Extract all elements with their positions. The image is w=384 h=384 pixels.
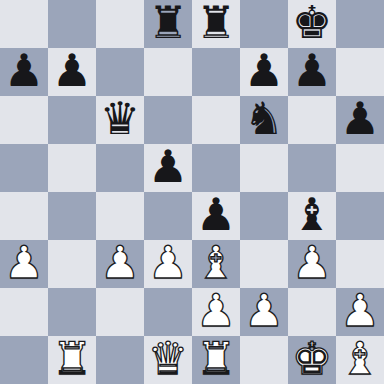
square-h6[interactable]: ♟ bbox=[336, 96, 384, 144]
square-g7[interactable]: ♟ bbox=[288, 48, 336, 96]
square-g3[interactable]: ♟ bbox=[288, 240, 336, 288]
square-h4[interactable] bbox=[336, 192, 384, 240]
white-pawn-piece[interactable]: ♟ bbox=[340, 287, 380, 335]
black-pawn-piece[interactable]: ♟ bbox=[196, 191, 236, 239]
white-rook-piece[interactable]: ♜ bbox=[196, 335, 236, 383]
black-pawn-piece[interactable]: ♟ bbox=[52, 47, 92, 95]
square-f8[interactable] bbox=[240, 0, 288, 48]
square-e4[interactable]: ♟ bbox=[192, 192, 240, 240]
square-e5[interactable] bbox=[192, 144, 240, 192]
square-f4[interactable] bbox=[240, 192, 288, 240]
square-f2[interactable]: ♟ bbox=[240, 288, 288, 336]
black-knight-piece[interactable]: ♞ bbox=[244, 95, 284, 143]
square-a4[interactable] bbox=[0, 192, 48, 240]
black-bishop-piece[interactable]: ♝ bbox=[292, 191, 332, 239]
black-rook-piece[interactable]: ♜ bbox=[196, 0, 236, 47]
chess-board: ♜♜♚♟♟♟♟♛♞♟♟♟♝♟♟♟♝♟♟♟♟♜♛♜♚♝ bbox=[0, 0, 384, 384]
square-b7[interactable]: ♟ bbox=[48, 48, 96, 96]
square-b4[interactable] bbox=[48, 192, 96, 240]
square-b5[interactable] bbox=[48, 144, 96, 192]
black-pawn-piece[interactable]: ♟ bbox=[340, 95, 380, 143]
square-h7[interactable] bbox=[336, 48, 384, 96]
white-pawn-piece[interactable]: ♟ bbox=[196, 287, 236, 335]
square-c5[interactable] bbox=[96, 144, 144, 192]
white-bishop-piece[interactable]: ♝ bbox=[340, 335, 380, 383]
square-f5[interactable] bbox=[240, 144, 288, 192]
black-king-piece[interactable]: ♚ bbox=[292, 0, 332, 47]
square-e6[interactable] bbox=[192, 96, 240, 144]
square-b3[interactable] bbox=[48, 240, 96, 288]
white-pawn-piece[interactable]: ♟ bbox=[148, 239, 188, 287]
white-bishop-piece[interactable]: ♝ bbox=[196, 239, 236, 287]
square-g4[interactable]: ♝ bbox=[288, 192, 336, 240]
square-g8[interactable]: ♚ bbox=[288, 0, 336, 48]
white-pawn-piece[interactable]: ♟ bbox=[100, 239, 140, 287]
white-queen-piece[interactable]: ♛ bbox=[148, 335, 188, 383]
square-e7[interactable] bbox=[192, 48, 240, 96]
square-c4[interactable] bbox=[96, 192, 144, 240]
square-g2[interactable] bbox=[288, 288, 336, 336]
white-pawn-piece[interactable]: ♟ bbox=[244, 287, 284, 335]
black-pawn-piece[interactable]: ♟ bbox=[148, 143, 188, 191]
square-h8[interactable] bbox=[336, 0, 384, 48]
square-d4[interactable] bbox=[144, 192, 192, 240]
black-rook-piece[interactable]: ♜ bbox=[148, 0, 188, 47]
black-queen-piece[interactable]: ♛ bbox=[100, 95, 140, 143]
square-d5[interactable]: ♟ bbox=[144, 144, 192, 192]
square-f7[interactable]: ♟ bbox=[240, 48, 288, 96]
white-king-piece[interactable]: ♚ bbox=[292, 335, 332, 383]
square-c1[interactable] bbox=[96, 336, 144, 384]
square-a5[interactable] bbox=[0, 144, 48, 192]
square-g6[interactable] bbox=[288, 96, 336, 144]
white-rook-piece[interactable]: ♜ bbox=[52, 335, 92, 383]
square-c6[interactable]: ♛ bbox=[96, 96, 144, 144]
square-h3[interactable] bbox=[336, 240, 384, 288]
square-d8[interactable]: ♜ bbox=[144, 0, 192, 48]
square-a3[interactable]: ♟ bbox=[0, 240, 48, 288]
square-d1[interactable]: ♛ bbox=[144, 336, 192, 384]
square-d7[interactable] bbox=[144, 48, 192, 96]
square-b6[interactable] bbox=[48, 96, 96, 144]
square-c8[interactable] bbox=[96, 0, 144, 48]
square-h1[interactable]: ♝ bbox=[336, 336, 384, 384]
square-f1[interactable] bbox=[240, 336, 288, 384]
square-c3[interactable]: ♟ bbox=[96, 240, 144, 288]
square-a1[interactable] bbox=[0, 336, 48, 384]
black-pawn-piece[interactable]: ♟ bbox=[292, 47, 332, 95]
square-d3[interactable]: ♟ bbox=[144, 240, 192, 288]
square-a2[interactable] bbox=[0, 288, 48, 336]
black-pawn-piece[interactable]: ♟ bbox=[244, 47, 284, 95]
square-b8[interactable] bbox=[48, 0, 96, 48]
square-a7[interactable]: ♟ bbox=[0, 48, 48, 96]
square-b2[interactable] bbox=[48, 288, 96, 336]
black-pawn-piece[interactable]: ♟ bbox=[4, 47, 44, 95]
square-e1[interactable]: ♜ bbox=[192, 336, 240, 384]
square-f6[interactable]: ♞ bbox=[240, 96, 288, 144]
square-d6[interactable] bbox=[144, 96, 192, 144]
square-a6[interactable] bbox=[0, 96, 48, 144]
square-d2[interactable] bbox=[144, 288, 192, 336]
square-g1[interactable]: ♚ bbox=[288, 336, 336, 384]
white-pawn-piece[interactable]: ♟ bbox=[4, 239, 44, 287]
square-f3[interactable] bbox=[240, 240, 288, 288]
square-g5[interactable] bbox=[288, 144, 336, 192]
square-a8[interactable] bbox=[0, 0, 48, 48]
square-h5[interactable] bbox=[336, 144, 384, 192]
square-e3[interactable]: ♝ bbox=[192, 240, 240, 288]
square-b1[interactable]: ♜ bbox=[48, 336, 96, 384]
white-pawn-piece[interactable]: ♟ bbox=[292, 239, 332, 287]
square-e2[interactable]: ♟ bbox=[192, 288, 240, 336]
square-c7[interactable] bbox=[96, 48, 144, 96]
square-h2[interactable]: ♟ bbox=[336, 288, 384, 336]
square-e8[interactable]: ♜ bbox=[192, 0, 240, 48]
square-c2[interactable] bbox=[96, 288, 144, 336]
